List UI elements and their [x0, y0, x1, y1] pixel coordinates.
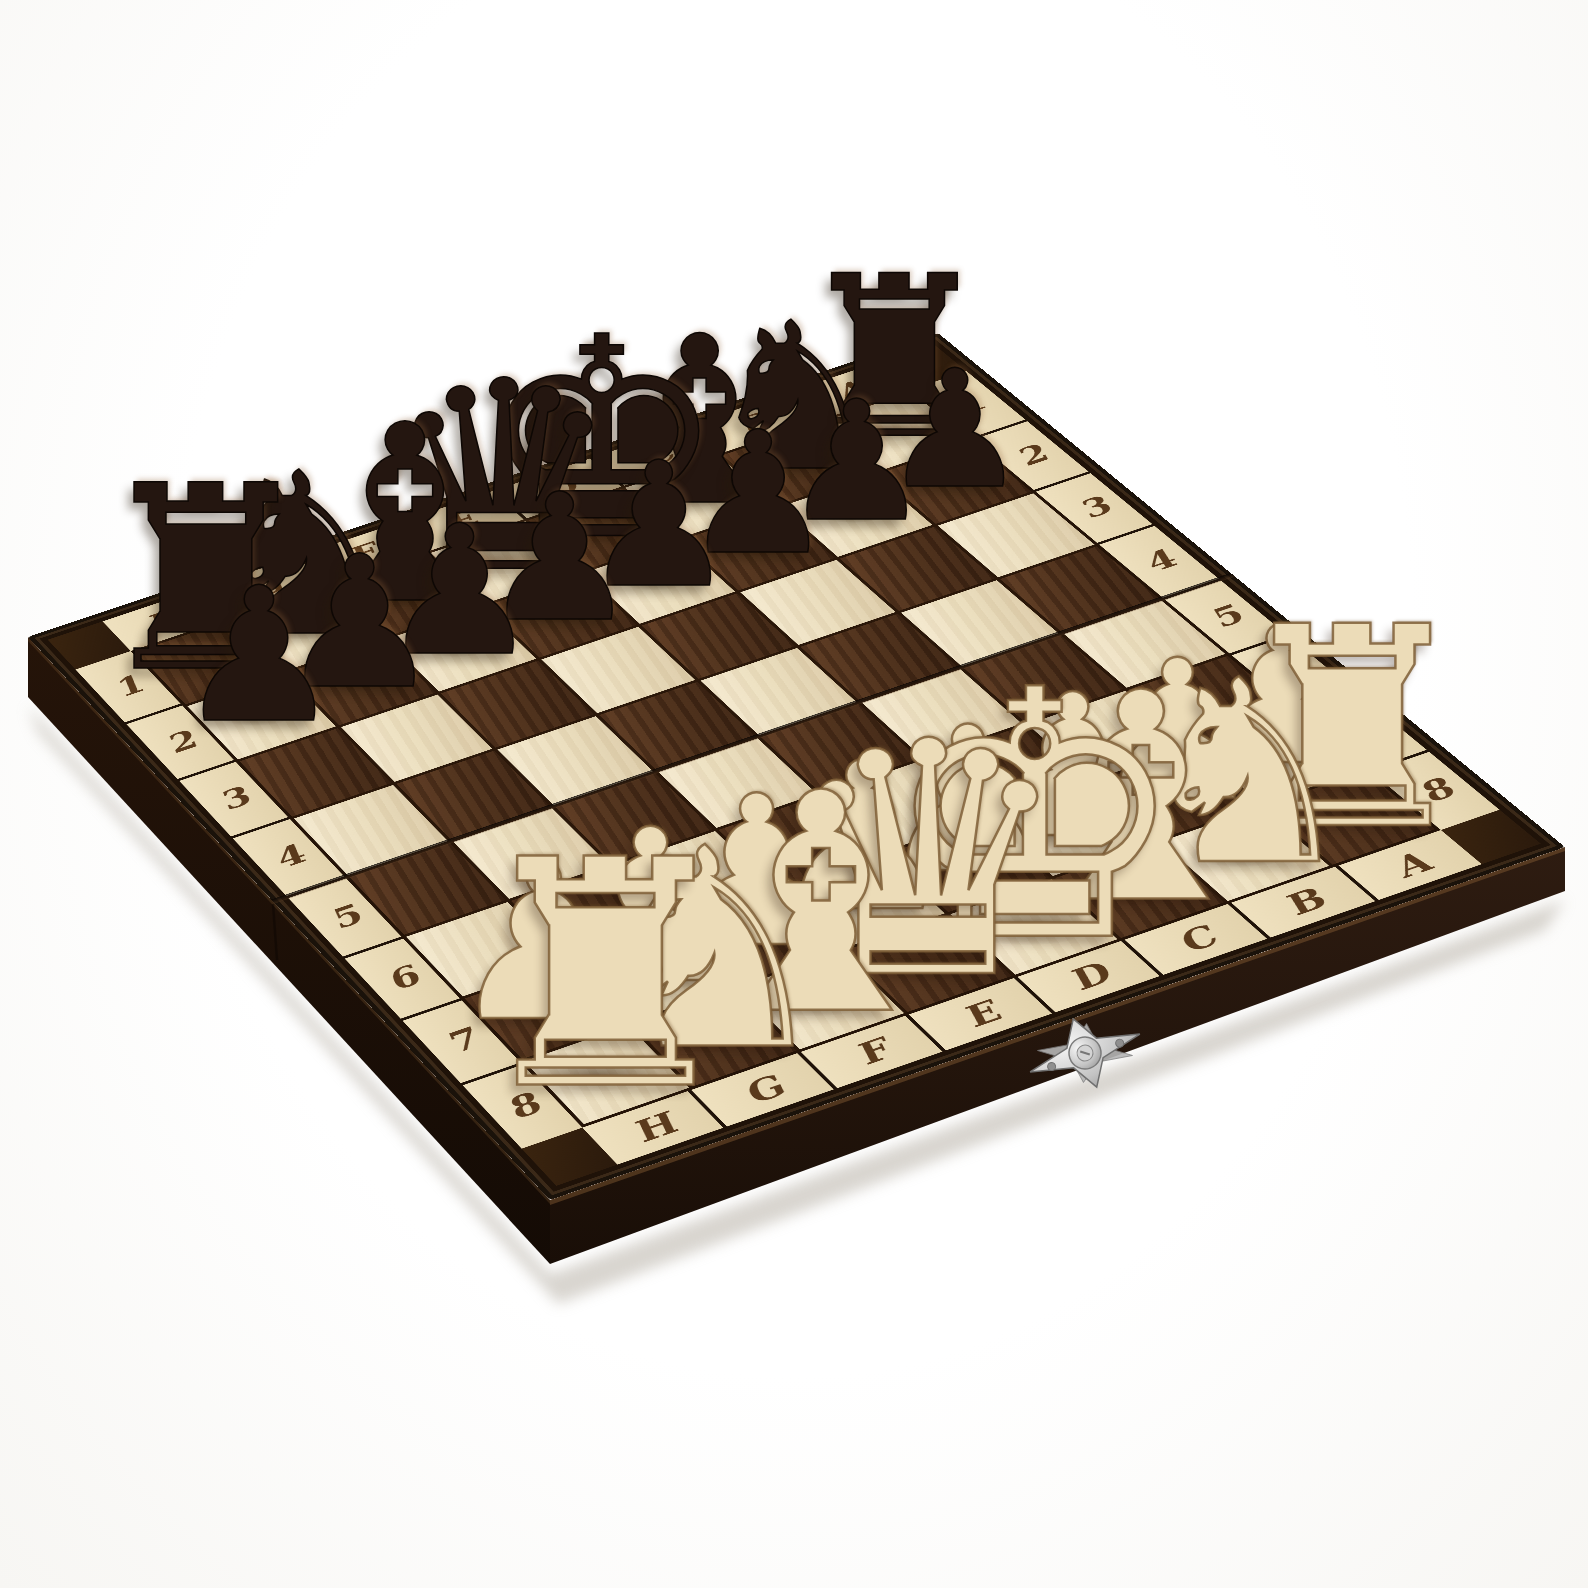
- piece-black-pawn-H2[interactable]: ♟: [176, 564, 343, 750]
- product-photo-stage: HGFEDCBA HGFEDCBA 12345678 12345678 ♜♞♝♛…: [0, 0, 1588, 1588]
- piece-white-rook-H8[interactable]: ♜: [465, 819, 746, 1132]
